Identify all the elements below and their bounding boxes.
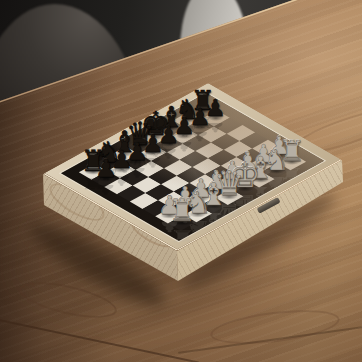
piece-black-pawn-a7[interactable]: ♟: [95, 157, 117, 182]
scene: ♜♜♞♞♝♝♛♛♚♚♝♝♞♞♜♜♟♟♟♟♟♟♟♟♟♟♟♟♟♟♟♟♟♟♟♟♟♟♟♟…: [0, 0, 362, 362]
piece-white-rook-a1[interactable]: ♜: [169, 196, 196, 226]
